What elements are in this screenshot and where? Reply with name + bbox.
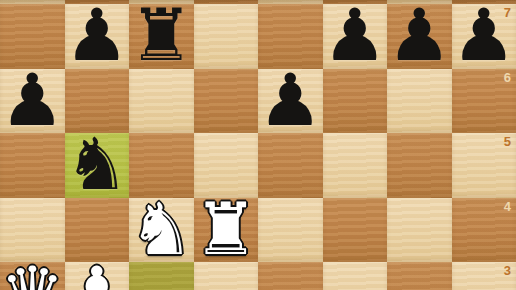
- rank-label-6: 6: [504, 70, 511, 85]
- square-a6[interactable]: ♟: [0, 69, 65, 134]
- square-d6[interactable]: [194, 69, 259, 134]
- square-c7[interactable]: ♜: [129, 4, 194, 69]
- square-f3[interactable]: [323, 262, 388, 290]
- square-e4[interactable]: [258, 198, 323, 263]
- rank-label-3: 3: [504, 263, 511, 278]
- black-pawn-piece[interactable]: ♟: [258, 69, 323, 134]
- square-f5[interactable]: [323, 133, 388, 198]
- square-b5[interactable]: ♞: [65, 133, 130, 198]
- square-e5[interactable]: [258, 133, 323, 198]
- black-pawn-piece[interactable]: ♟: [65, 4, 130, 69]
- rank-label-4: 4: [504, 199, 511, 214]
- square-g6[interactable]: [387, 69, 452, 134]
- chess-board: ♟♜♟♟♟7♟♟6♞5♞♜4♛♟3: [0, 0, 516, 290]
- square-e3[interactable]: [258, 262, 323, 290]
- square-e6[interactable]: ♟: [258, 69, 323, 134]
- square-d4[interactable]: ♜: [194, 198, 259, 263]
- square-g7[interactable]: ♟: [387, 4, 452, 69]
- square-d7[interactable]: [194, 4, 259, 69]
- square-c3[interactable]: [129, 262, 194, 290]
- square-b7[interactable]: ♟: [65, 4, 130, 69]
- square-f7[interactable]: ♟: [323, 4, 388, 69]
- square-f4[interactable]: [323, 198, 388, 263]
- square-c4[interactable]: ♞: [129, 198, 194, 263]
- black-pawn-piece[interactable]: ♟: [387, 4, 452, 69]
- chess-board-screenshot: ♟♜♟♟♟7♟♟6♞5♞♜4♛♟3: [0, 0, 516, 290]
- black-pawn-piece[interactable]: ♟: [0, 69, 65, 134]
- white-knight-piece[interactable]: ♞: [129, 198, 194, 263]
- square-c6[interactable]: [129, 69, 194, 134]
- square-h5[interactable]: 5: [452, 133, 516, 198]
- white-queen-piece[interactable]: ♛: [0, 262, 65, 290]
- square-b3[interactable]: ♟: [65, 262, 130, 290]
- rank-label-5: 5: [504, 134, 511, 149]
- white-pawn-piece[interactable]: ♟: [65, 262, 130, 290]
- black-rook-piece[interactable]: ♜: [129, 4, 194, 69]
- rank-label-7: 7: [504, 5, 511, 20]
- square-h3[interactable]: 3: [452, 262, 516, 290]
- square-d3[interactable]: [194, 262, 259, 290]
- black-knight-piece[interactable]: ♞: [65, 133, 130, 198]
- square-f6[interactable]: [323, 69, 388, 134]
- black-pawn-piece[interactable]: ♟: [323, 4, 388, 69]
- square-h7[interactable]: ♟7: [452, 4, 516, 69]
- white-rook-piece[interactable]: ♜: [194, 198, 259, 263]
- square-h6[interactable]: 6: [452, 69, 516, 134]
- square-g4[interactable]: [387, 198, 452, 263]
- square-g5[interactable]: [387, 133, 452, 198]
- square-g3[interactable]: [387, 262, 452, 290]
- square-h4[interactable]: 4: [452, 198, 516, 263]
- square-a5[interactable]: [0, 133, 65, 198]
- square-a3[interactable]: ♛: [0, 262, 65, 290]
